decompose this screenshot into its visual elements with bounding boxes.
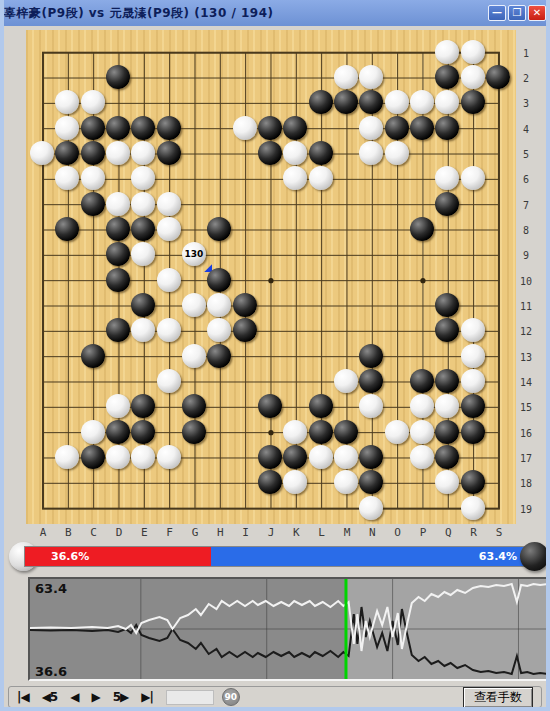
go-board[interactable]: 130 xyxy=(26,30,516,524)
white-stone xyxy=(81,420,105,444)
navigation-toolbar: |◀ ◀5 ◀ ▶ 5▶ ▶| 90 查看手数 xyxy=(8,686,542,708)
white-stone xyxy=(461,496,485,520)
white-stone xyxy=(30,141,54,165)
move-number-label: 130 xyxy=(182,242,206,266)
white-stone xyxy=(334,445,358,469)
white-stone xyxy=(106,192,130,216)
black-stone xyxy=(334,420,358,444)
black-stone xyxy=(309,420,333,444)
white-stone xyxy=(157,217,181,241)
row-label: 16 xyxy=(520,427,532,438)
white-stone xyxy=(81,90,105,114)
black-stone xyxy=(461,90,485,114)
row-label: 19 xyxy=(520,503,532,514)
black-stone xyxy=(106,116,130,140)
col-label: D xyxy=(116,526,123,539)
badge-90: 90 xyxy=(222,688,240,706)
winrate-bar: 36.6% 63.4% xyxy=(24,546,534,567)
black-stone xyxy=(258,445,282,469)
go-review-window: 辜梓豪(P9段) vs 元晟溱(P9段) (130 / 194) — ❐ ✕ 1… xyxy=(0,0,550,711)
first-move-button[interactable]: |◀ xyxy=(17,690,29,704)
white-stone xyxy=(309,166,333,190)
black-stone xyxy=(106,217,130,241)
white-stone xyxy=(106,445,130,469)
black-stone xyxy=(258,116,282,140)
black-stone xyxy=(410,116,434,140)
black-winrate-label: 63.4 xyxy=(35,581,67,596)
white-stone xyxy=(106,141,130,165)
white-winrate-label: 36.6 xyxy=(35,664,67,679)
close-icon[interactable]: ✕ xyxy=(528,5,546,21)
white-stone xyxy=(385,90,409,114)
row-label: 9 xyxy=(523,250,529,261)
black-stone xyxy=(131,116,155,140)
winrate-graph[interactable]: 63.4 36.6 xyxy=(28,577,550,681)
white-stone xyxy=(385,141,409,165)
black-stone xyxy=(385,116,409,140)
row-label: 6 xyxy=(523,174,529,185)
col-label: O xyxy=(394,526,401,539)
white-stone xyxy=(410,420,434,444)
white-stone xyxy=(435,40,459,64)
white-winrate-value: 36.6% xyxy=(51,550,89,563)
title-bar[interactable]: 辜梓豪(P9段) vs 元晟溱(P9段) (130 / 194) — ❐ ✕ xyxy=(0,0,550,26)
col-label: N xyxy=(369,526,376,539)
row-label: 12 xyxy=(520,326,532,337)
black-stone xyxy=(435,116,459,140)
col-label: B xyxy=(65,526,72,539)
black-stone xyxy=(81,445,105,469)
white-stone xyxy=(461,369,485,393)
col-label: G xyxy=(192,526,199,539)
col-label: H xyxy=(217,526,224,539)
black-stone xyxy=(157,141,181,165)
row-label: 2 xyxy=(523,73,529,84)
black-stone xyxy=(410,217,434,241)
white-stone xyxy=(359,496,383,520)
white-stone xyxy=(334,369,358,393)
black-stone xyxy=(81,192,105,216)
row-label: 17 xyxy=(520,452,532,463)
col-label: A xyxy=(40,526,47,539)
black-stone xyxy=(182,420,206,444)
col-label: M xyxy=(344,526,351,539)
black-winrate-segment: 63.4% xyxy=(211,547,533,566)
back-5-button[interactable]: ◀5 xyxy=(42,690,58,704)
white-stone xyxy=(157,369,181,393)
black-stone xyxy=(359,344,383,368)
back-button[interactable]: ◀ xyxy=(70,690,78,704)
col-label: R xyxy=(470,526,477,539)
black-stone xyxy=(207,268,231,292)
white-stone xyxy=(157,445,181,469)
col-label: Q xyxy=(445,526,452,539)
black-winrate-value: 63.4% xyxy=(479,550,517,563)
black-stone xyxy=(309,141,333,165)
col-label: C xyxy=(90,526,97,539)
row-label: 1 xyxy=(523,47,529,58)
last-move-button[interactable]: ▶| xyxy=(141,690,153,704)
white-stone xyxy=(283,420,307,444)
black-stone xyxy=(309,394,333,418)
row-label: 11 xyxy=(520,301,532,312)
minimize-icon[interactable]: — xyxy=(488,5,506,21)
last-move-stone: 130 xyxy=(182,242,206,266)
black-stone xyxy=(81,141,105,165)
white-stone xyxy=(309,445,333,469)
black-stone xyxy=(435,192,459,216)
black-stone xyxy=(207,344,231,368)
black-stone xyxy=(233,293,257,317)
black-stone xyxy=(283,116,307,140)
black-stone xyxy=(81,116,105,140)
col-label: K xyxy=(293,526,300,539)
black-stone xyxy=(81,344,105,368)
black-stone xyxy=(157,116,181,140)
view-move-numbers-button[interactable]: 查看手数 xyxy=(463,687,533,708)
white-stone xyxy=(359,116,383,140)
black-stone xyxy=(461,470,485,494)
black-stone xyxy=(486,65,510,89)
row-label: 10 xyxy=(520,275,532,286)
white-stone xyxy=(461,40,485,64)
white-stone xyxy=(410,445,434,469)
col-label: J xyxy=(268,526,275,539)
row-label: 18 xyxy=(520,478,532,489)
white-stone xyxy=(461,65,485,89)
black-player-stone-icon xyxy=(520,542,549,571)
black-stone xyxy=(106,268,130,292)
black-stone xyxy=(461,420,485,444)
row-label: 4 xyxy=(523,123,529,134)
forward-5-button[interactable]: 5▶ xyxy=(113,690,129,704)
black-stone xyxy=(131,420,155,444)
forward-button[interactable]: ▶ xyxy=(91,690,99,704)
black-stone xyxy=(106,420,130,444)
move-number-input[interactable] xyxy=(166,690,214,705)
maximize-icon[interactable]: ❐ xyxy=(508,5,526,21)
row-label: 5 xyxy=(523,149,529,160)
white-stone xyxy=(55,116,79,140)
row-label: 15 xyxy=(520,402,532,413)
window-buttons: — ❐ ✕ xyxy=(488,5,546,21)
black-stone xyxy=(233,318,257,342)
white-stone xyxy=(233,116,257,140)
window-title: 辜梓豪(P9段) vs 元晟溱(P9段) (130 / 194) xyxy=(4,5,274,22)
row-label: 8 xyxy=(523,225,529,236)
col-label: P xyxy=(420,526,427,539)
row-label: 14 xyxy=(520,376,532,387)
col-label: L xyxy=(318,526,325,539)
white-stone xyxy=(182,344,206,368)
white-stone xyxy=(157,318,181,342)
black-stone xyxy=(106,65,130,89)
white-stone xyxy=(461,344,485,368)
white-stone xyxy=(334,65,358,89)
black-stone xyxy=(410,369,434,393)
row-label: 7 xyxy=(523,199,529,210)
col-label: E xyxy=(141,526,148,539)
white-stone xyxy=(461,318,485,342)
white-stone xyxy=(461,166,485,190)
white-stone xyxy=(81,166,105,190)
white-stone xyxy=(131,192,155,216)
col-label: S xyxy=(496,526,503,539)
white-stone xyxy=(157,192,181,216)
white-stone xyxy=(157,268,181,292)
white-stone xyxy=(182,293,206,317)
row-label: 13 xyxy=(520,351,532,362)
black-stone xyxy=(435,420,459,444)
black-stone xyxy=(258,141,282,165)
black-stone xyxy=(309,90,333,114)
white-stone xyxy=(385,420,409,444)
col-label: I xyxy=(242,526,249,539)
row-label: 3 xyxy=(523,98,529,109)
white-winrate-segment: 36.6% xyxy=(25,547,211,566)
black-stone xyxy=(461,394,485,418)
col-label: F xyxy=(166,526,173,539)
